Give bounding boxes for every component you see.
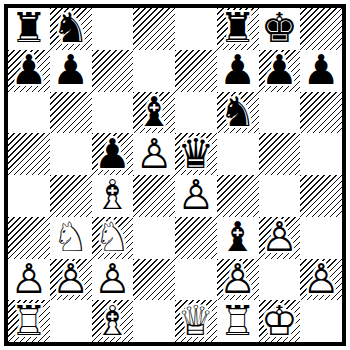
square-d1[interactable]: [133, 300, 175, 342]
piece-glyph: ♗: [92, 175, 134, 217]
square-g4[interactable]: [259, 175, 301, 217]
piece-glyph: ♝: [133, 92, 175, 134]
white-rook-f1: ♜♖: [217, 300, 259, 342]
square-h7[interactable]: ♟♟: [300, 50, 342, 92]
black-king-g8: ♚♚: [259, 8, 301, 50]
square-c6[interactable]: [92, 92, 134, 134]
square-h3[interactable]: [300, 217, 342, 259]
square-f6[interactable]: ♞♞: [217, 92, 259, 134]
black-pawn-h7: ♟♟: [300, 50, 342, 92]
square-f3[interactable]: ♝♝: [217, 217, 259, 259]
square-f2[interactable]: ♟♙: [217, 259, 259, 301]
black-pawn-c5: ♟♟: [92, 133, 134, 175]
white-knight-b3: ♞♘: [50, 217, 92, 259]
white-bishop-c4: ♝♗: [92, 175, 134, 217]
square-h8[interactable]: [300, 8, 342, 50]
white-pawn-e4: ♟♙: [175, 175, 217, 217]
black-pawn-g7: ♟♟: [259, 50, 301, 92]
square-e8[interactable]: [175, 8, 217, 50]
square-c5[interactable]: ♟♟: [92, 133, 134, 175]
square-b6[interactable]: [50, 92, 92, 134]
piece-glyph: ♙: [259, 217, 301, 259]
black-bishop-d6: ♝♝: [133, 92, 175, 134]
square-a7[interactable]: ♟♟: [8, 50, 50, 92]
piece-glyph: ♟: [92, 133, 134, 175]
square-b1[interactable]: [50, 300, 92, 342]
black-pawn-a7: ♟♟: [8, 50, 50, 92]
white-pawn-a2: ♟♙: [8, 259, 50, 301]
square-g6[interactable]: [259, 92, 301, 134]
square-f4[interactable]: [217, 175, 259, 217]
square-h5[interactable]: [300, 133, 342, 175]
piece-glyph: ♝: [217, 217, 259, 259]
black-knight-f6: ♞♞: [217, 92, 259, 134]
square-e2[interactable]: [175, 259, 217, 301]
square-b8[interactable]: ♞♞: [50, 8, 92, 50]
square-a4[interactable]: [8, 175, 50, 217]
piece-glyph: ♟: [217, 50, 259, 92]
white-queen-e1: ♛♕: [175, 300, 217, 342]
white-pawn-g3: ♟♙: [259, 217, 301, 259]
square-d5[interactable]: ♟♙: [133, 133, 175, 175]
piece-glyph: ♙: [217, 259, 259, 301]
square-f7[interactable]: ♟♟: [217, 50, 259, 92]
piece-glyph: ♜: [8, 8, 50, 50]
piece-glyph: ♙: [133, 133, 175, 175]
square-g5[interactable]: [259, 133, 301, 175]
piece-glyph: ♙: [50, 259, 92, 301]
square-b7[interactable]: ♟♟: [50, 50, 92, 92]
piece-glyph: ♘: [92, 217, 134, 259]
white-knight-c3: ♞♘: [92, 217, 134, 259]
piece-glyph: ♙: [92, 259, 134, 301]
square-h6[interactable]: [300, 92, 342, 134]
black-rook-a8: ♜♜: [8, 8, 50, 50]
black-pawn-b7: ♟♟: [50, 50, 92, 92]
piece-glyph: ♙: [8, 259, 50, 301]
piece-glyph: ♛: [175, 133, 217, 175]
piece-glyph: ♟: [259, 50, 301, 92]
square-a3[interactable]: [8, 217, 50, 259]
square-b4[interactable]: [50, 175, 92, 217]
square-d3[interactable]: [133, 217, 175, 259]
square-e7[interactable]: [175, 50, 217, 92]
square-c7[interactable]: [92, 50, 134, 92]
square-g7[interactable]: ♟♟: [259, 50, 301, 92]
square-a2[interactable]: ♟♙: [8, 259, 50, 301]
square-d6[interactable]: ♝♝: [133, 92, 175, 134]
square-h2[interactable]: ♟♙: [300, 259, 342, 301]
white-pawn-c2: ♟♙: [92, 259, 134, 301]
white-king-g1: ♚♔: [259, 300, 301, 342]
white-pawn-b2: ♟♙: [50, 259, 92, 301]
square-b3[interactable]: ♞♘: [50, 217, 92, 259]
square-a1[interactable]: ♜♖: [8, 300, 50, 342]
black-bishop-f3: ♝♝: [217, 217, 259, 259]
white-pawn-f2: ♟♙: [217, 259, 259, 301]
square-g1[interactable]: ♚♔: [259, 300, 301, 342]
black-knight-b8: ♞♞: [50, 8, 92, 50]
black-queen-e5: ♛♛: [175, 133, 217, 175]
square-c4[interactable]: ♝♗: [92, 175, 134, 217]
square-a8[interactable]: ♜♜: [8, 8, 50, 50]
piece-glyph: ♖: [217, 300, 259, 342]
piece-glyph: ♔: [259, 300, 301, 342]
piece-glyph: ♙: [175, 175, 217, 217]
square-c2[interactable]: ♟♙: [92, 259, 134, 301]
square-g3[interactable]: ♟♙: [259, 217, 301, 259]
square-e3[interactable]: [175, 217, 217, 259]
white-rook-a1: ♜♖: [8, 300, 50, 342]
square-d7[interactable]: [133, 50, 175, 92]
piece-glyph: ♞: [217, 92, 259, 134]
square-e4[interactable]: ♟♙: [175, 175, 217, 217]
square-c1[interactable]: ♝♗: [92, 300, 134, 342]
white-bishop-c1: ♝♗: [92, 300, 134, 342]
square-e5[interactable]: ♛♛: [175, 133, 217, 175]
black-rook-f8: ♜♜: [217, 8, 259, 50]
square-g8[interactable]: ♚♚: [259, 8, 301, 50]
square-h4[interactable]: [300, 175, 342, 217]
white-pawn-d5: ♟♙: [133, 133, 175, 175]
piece-glyph: ♖: [8, 300, 50, 342]
square-c3[interactable]: ♞♘: [92, 217, 134, 259]
square-e6[interactable]: [175, 92, 217, 134]
square-e1[interactable]: ♛♕: [175, 300, 217, 342]
square-a6[interactable]: [8, 92, 50, 134]
piece-glyph: ♟: [50, 50, 92, 92]
square-b5[interactable]: [50, 133, 92, 175]
square-b2[interactable]: ♟♙: [50, 259, 92, 301]
piece-glyph: ♞: [50, 8, 92, 50]
piece-glyph: ♟: [8, 50, 50, 92]
square-d4[interactable]: [133, 175, 175, 217]
square-g2[interactable]: [259, 259, 301, 301]
chess-diagram: ♜♜♞♞♜♜♚♚♟♟♟♟♟♟♟♟♟♟♝♝♞♞♟♟♟♙♛♛♝♗♟♙♞♘♞♘♝♝♟♙…: [0, 0, 350, 350]
piece-glyph: ♕: [175, 300, 217, 342]
white-pawn-h2: ♟♙: [300, 259, 342, 301]
piece-glyph: ♗: [92, 300, 134, 342]
square-h1[interactable]: [300, 300, 342, 342]
square-d8[interactable]: [133, 8, 175, 50]
square-d2[interactable]: [133, 259, 175, 301]
piece-glyph: ♚: [259, 8, 301, 50]
piece-glyph: ♟: [300, 50, 342, 92]
square-f5[interactable]: [217, 133, 259, 175]
black-pawn-f7: ♟♟: [217, 50, 259, 92]
board: ♜♜♞♞♜♜♚♚♟♟♟♟♟♟♟♟♟♟♝♝♞♞♟♟♟♙♛♛♝♗♟♙♞♘♞♘♝♝♟♙…: [8, 8, 342, 342]
square-f8[interactable]: ♜♜: [217, 8, 259, 50]
square-f1[interactable]: ♜♖: [217, 300, 259, 342]
square-a5[interactable]: [8, 133, 50, 175]
piece-glyph: ♜: [217, 8, 259, 50]
piece-glyph: ♘: [50, 217, 92, 259]
board-frame: ♜♜♞♞♜♜♚♚♟♟♟♟♟♟♟♟♟♟♝♝♞♞♟♟♟♙♛♛♝♗♟♙♞♘♞♘♝♝♟♙…: [4, 4, 346, 346]
piece-glyph: ♙: [300, 259, 342, 301]
square-c8[interactable]: [92, 8, 134, 50]
